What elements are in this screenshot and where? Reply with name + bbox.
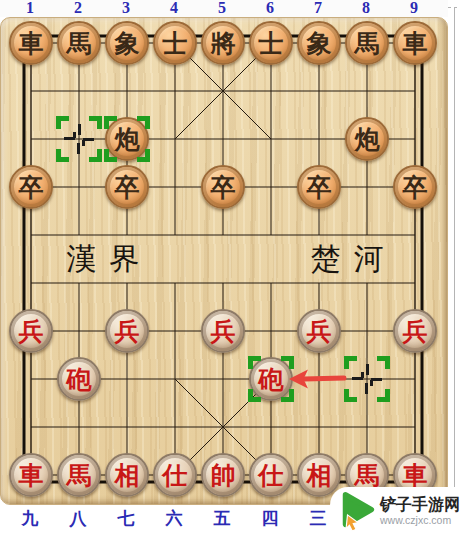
crosshair-bar: [73, 132, 76, 138]
piece-black-soldier[interactable]: 卒: [297, 165, 341, 209]
piece-red-rook[interactable]: 車: [9, 453, 53, 497]
crosshair-bar: [352, 377, 363, 380]
crosshair-bar: [361, 372, 364, 378]
piece-red-cannon[interactable]: 砲: [57, 357, 101, 401]
piece-glyph: 士: [163, 31, 188, 56]
piece-glyph: 車: [19, 31, 44, 56]
crosshair-bar: [78, 124, 81, 135]
crosshair-bar: [370, 380, 373, 386]
piece-glyph: 將: [211, 31, 236, 56]
piece-black-soldier[interactable]: 卒: [201, 165, 245, 209]
file-label-bottom-1: 九: [22, 509, 39, 529]
piece-red-soldier[interactable]: 兵: [393, 309, 437, 353]
crosshair-bar: [371, 378, 382, 381]
piece-glyph: 炮: [355, 127, 380, 152]
bracket-corner: [89, 116, 102, 129]
piece-red-horse[interactable]: 馬: [57, 453, 101, 497]
piece-black-elephant[interactable]: 象: [105, 21, 149, 65]
piece-glyph: 兵: [115, 319, 140, 344]
piece-glyph: 馬: [67, 31, 92, 56]
file-label-top-8: 8: [362, 0, 370, 16]
file-label-top-4: 4: [170, 0, 178, 16]
piece-glyph: 相: [115, 463, 140, 488]
piece-glyph: 象: [115, 31, 140, 56]
piece-glyph: 砲: [67, 367, 92, 392]
top-file-labels: 123456789: [0, 0, 464, 17]
piece-glyph: 仕: [163, 463, 188, 488]
piece-red-advisor[interactable]: 仕: [249, 453, 293, 497]
site-name: 铲子手游网: [380, 496, 460, 514]
file-label-top-5: 5: [218, 0, 226, 16]
piece-black-rook[interactable]: 車: [393, 21, 437, 65]
piece-red-soldier[interactable]: 兵: [201, 309, 245, 353]
piece-glyph: 車: [403, 463, 428, 488]
panel-border-line: [454, 8, 455, 534]
piece-red-general[interactable]: 帥: [201, 453, 245, 497]
crosshair-cursor-icon: [351, 363, 383, 395]
piece-black-horse[interactable]: 馬: [345, 21, 389, 65]
piece-glyph: 馬: [355, 31, 380, 56]
file-label-bottom-4: 六: [166, 509, 183, 529]
piece-glyph: 帥: [211, 463, 236, 488]
adjacent-panel-edge: [448, 0, 464, 534]
piece-black-elephant[interactable]: 象: [297, 21, 341, 65]
piece-glyph: 馬: [67, 463, 92, 488]
crosshair-bar: [64, 137, 75, 140]
file-label-top-1: 1: [26, 0, 34, 16]
crosshair-bar: [83, 138, 94, 141]
file-label-bottom-7: 三: [310, 509, 327, 529]
piece-black-cannon[interactable]: 炮: [345, 117, 389, 161]
file-label-top-3: 3: [122, 0, 130, 16]
file-label-top-7: 7: [314, 0, 322, 16]
piece-glyph: 仕: [259, 463, 284, 488]
piece-glyph: 卒: [19, 175, 44, 200]
site-watermark-link[interactable]: 铲子手游网 www.czjxc.com: [330, 487, 464, 534]
file-label-top-2: 2: [74, 0, 82, 16]
piece-red-soldier[interactable]: 兵: [9, 309, 53, 353]
piece-red-soldier[interactable]: 兵: [105, 309, 149, 353]
piece-glyph: 炮: [115, 127, 140, 152]
bracket-corner: [344, 356, 357, 369]
piece-black-soldier[interactable]: 卒: [9, 165, 53, 209]
bracket-corner: [89, 149, 102, 162]
piece-black-soldier[interactable]: 卒: [393, 165, 437, 209]
file-label-top-6: 6: [266, 0, 274, 16]
piece-black-advisor[interactable]: 士: [153, 21, 197, 65]
bracket-corner: [344, 389, 357, 402]
panel-dashed-corner: [448, 7, 457, 8]
piece-glyph: 相: [307, 463, 332, 488]
piece-glyph: 兵: [211, 319, 236, 344]
selection-bracket: [56, 116, 102, 162]
selection-bracket: [344, 356, 390, 402]
piece-glyph: 砲: [259, 367, 284, 392]
site-url: www.czjxc.com: [380, 514, 460, 526]
crosshair-bar: [366, 364, 369, 375]
piece-glyph: 卒: [211, 175, 236, 200]
piece-black-rook[interactable]: 車: [9, 21, 53, 65]
xiangqi-board[interactable]: 漢界 楚河 車馬象士將士象馬車炮炮卒卒卒卒卒兵兵兵兵兵砲砲車馬相仕帥仕相馬車: [0, 17, 448, 505]
piece-black-soldier[interactable]: 卒: [105, 165, 149, 209]
site-logo-icon: [338, 491, 376, 533]
piece-glyph: 卒: [115, 175, 140, 200]
piece-glyph: 車: [403, 31, 428, 56]
crosshair-cursor-icon: [63, 123, 95, 155]
piece-black-general[interactable]: 將: [201, 21, 245, 65]
file-label-bottom-5: 五: [214, 509, 231, 529]
bracket-corner: [56, 149, 69, 162]
bracket-corner: [377, 389, 390, 402]
piece-red-elephant[interactable]: 相: [297, 453, 341, 497]
piece-glyph: 兵: [307, 319, 332, 344]
river-label-left: 漢界: [54, 239, 153, 280]
bracket-corner: [377, 356, 390, 369]
piece-red-elephant[interactable]: 相: [105, 453, 149, 497]
piece-glyph: 兵: [403, 319, 428, 344]
piece-glyph: 馬: [355, 463, 380, 488]
piece-glyph: 卒: [307, 175, 332, 200]
piece-glyph: 兵: [19, 319, 44, 344]
file-label-bottom-3: 七: [118, 509, 135, 529]
piece-black-cannon[interactable]: 炮: [105, 117, 149, 161]
piece-glyph: 士: [259, 31, 284, 56]
file-label-bottom-6: 四: [262, 509, 279, 529]
piece-red-advisor[interactable]: 仕: [153, 453, 197, 497]
piece-black-horse[interactable]: 馬: [57, 21, 101, 65]
river-label-right: 楚河: [298, 239, 397, 280]
crosshair-bar: [77, 143, 80, 154]
piece-glyph: 車: [19, 463, 44, 488]
crosshair-bar: [82, 140, 85, 146]
bracket-corner: [56, 116, 69, 129]
piece-glyph: 象: [307, 31, 332, 56]
crosshair-bar: [365, 383, 368, 394]
piece-black-advisor[interactable]: 士: [249, 21, 293, 65]
xiangqi-app-screenshot: 123456789 漢界 楚河 車馬象士將士象馬車炮炮卒卒卒卒卒兵兵兵兵兵砲砲車…: [0, 0, 464, 534]
piece-red-cannon[interactable]: 砲: [249, 357, 293, 401]
file-label-bottom-2: 八: [70, 509, 87, 529]
piece-glyph: 卒: [403, 175, 428, 200]
piece-red-soldier[interactable]: 兵: [297, 309, 341, 353]
file-label-top-9: 9: [410, 0, 418, 16]
